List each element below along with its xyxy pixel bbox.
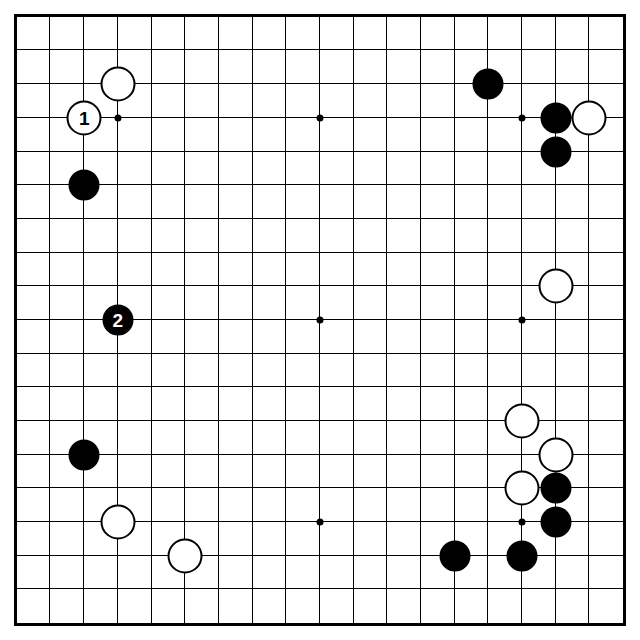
- grid-cell: [354, 522, 388, 556]
- grid-cell: [118, 421, 152, 455]
- black-stone[interactable]: [507, 540, 538, 571]
- grid-cell: [354, 118, 388, 152]
- grid-cell: [50, 219, 84, 253]
- grid-cell: [185, 455, 219, 489]
- grid-cell: [50, 387, 84, 421]
- grid-cell: [320, 556, 354, 590]
- grid-cell: [84, 253, 118, 287]
- grid-cell: [17, 589, 51, 623]
- grid-cell: [421, 286, 455, 320]
- grid-cell: [286, 185, 320, 219]
- grid-cell: [17, 320, 51, 354]
- grid-cell: [354, 253, 388, 287]
- grid-cell: [185, 320, 219, 354]
- grid-cell: [286, 84, 320, 118]
- grid-cell: [522, 320, 556, 354]
- grid-cell: [185, 185, 219, 219]
- grid-cell: [152, 488, 186, 522]
- grid-cell: [17, 556, 51, 590]
- grid-cell: [152, 219, 186, 253]
- grid-cell: [488, 253, 522, 287]
- grid-cell: [455, 253, 489, 287]
- grid-cell: [253, 286, 287, 320]
- grid-cell: [455, 387, 489, 421]
- grid-cell: [219, 84, 253, 118]
- grid-cell: [320, 455, 354, 489]
- grid-cell: [253, 455, 287, 489]
- grid-cell: [589, 488, 623, 522]
- grid-cell: [387, 556, 421, 590]
- grid-cell: [253, 320, 287, 354]
- grid-cell: [17, 354, 51, 388]
- grid-cell: [455, 185, 489, 219]
- grid-cell: [286, 320, 320, 354]
- star-point: [316, 316, 323, 323]
- grid-cell: [253, 219, 287, 253]
- grid-cell: [17, 84, 51, 118]
- grid-cell: [84, 354, 118, 388]
- grid-cell: [219, 253, 253, 287]
- grid-cell: [387, 185, 421, 219]
- grid-cell: [253, 253, 287, 287]
- white-stone[interactable]: [505, 404, 540, 439]
- grid-cell: [118, 17, 152, 51]
- grid-cell: [219, 387, 253, 421]
- grid-cell: [354, 488, 388, 522]
- grid-cell: [421, 185, 455, 219]
- white-stone[interactable]: [538, 437, 573, 472]
- white-stone[interactable]: [538, 269, 573, 304]
- grid-cell: [354, 455, 388, 489]
- grid-cell: [589, 185, 623, 219]
- grid-cell: [387, 320, 421, 354]
- grid-cell: [17, 253, 51, 287]
- move-number-label: 2: [113, 310, 124, 329]
- grid-cell: [17, 185, 51, 219]
- grid-cell: [118, 354, 152, 388]
- grid-cell: [522, 185, 556, 219]
- grid-cell: [320, 488, 354, 522]
- grid-cell: [320, 253, 354, 287]
- grid-cell: [253, 589, 287, 623]
- grid-cell: [17, 219, 51, 253]
- grid-cell: [152, 84, 186, 118]
- grid-cell: [118, 556, 152, 590]
- grid-cell: [589, 152, 623, 186]
- grid-cell: [152, 185, 186, 219]
- grid-cell: [253, 421, 287, 455]
- grid-cell: [84, 17, 118, 51]
- grid-cell: [421, 387, 455, 421]
- grid-cell: [185, 253, 219, 287]
- grid-cell: [455, 17, 489, 51]
- grid-cell: [253, 522, 287, 556]
- grid-cell: [219, 354, 253, 388]
- grid-cell: [17, 488, 51, 522]
- grid-cell: [185, 219, 219, 253]
- grid-cell: [354, 152, 388, 186]
- grid-cell: [387, 118, 421, 152]
- black-stone[interactable]: [69, 439, 100, 470]
- grid-cell: [253, 354, 287, 388]
- grid-cell: [286, 152, 320, 186]
- grid-cell: [421, 354, 455, 388]
- grid-cell: [152, 320, 186, 354]
- grid-cell: [17, 387, 51, 421]
- grid-cell: [589, 286, 623, 320]
- grid-cell: [421, 84, 455, 118]
- grid-cell: [455, 455, 489, 489]
- grid-cell: [387, 50, 421, 84]
- grid-cell: [421, 118, 455, 152]
- grid-cell: [589, 556, 623, 590]
- grid-cell: [84, 589, 118, 623]
- grid-cell: [185, 488, 219, 522]
- grid-cell: [118, 253, 152, 287]
- grid-cell: [50, 354, 84, 388]
- grid-cell: [589, 320, 623, 354]
- grid-cell: [556, 354, 590, 388]
- grid-cell: [488, 118, 522, 152]
- grid-cell: [286, 387, 320, 421]
- grid-cell: [286, 488, 320, 522]
- grid-cell: [50, 253, 84, 287]
- grid-cell: [421, 455, 455, 489]
- grid-cell: [286, 286, 320, 320]
- grid-cell: [152, 455, 186, 489]
- grid-cell: [488, 320, 522, 354]
- grid-cell: [253, 185, 287, 219]
- grid-cell: [455, 421, 489, 455]
- grid-cell: [118, 589, 152, 623]
- grid-cell: [354, 354, 388, 388]
- grid-cell: [421, 219, 455, 253]
- grid-cell: [286, 556, 320, 590]
- grid-cell: [118, 455, 152, 489]
- grid-cell: [387, 387, 421, 421]
- grid-cell: [253, 50, 287, 84]
- grid-cell: [152, 286, 186, 320]
- grid-cell: [152, 421, 186, 455]
- grid-cell: [320, 50, 354, 84]
- grid-cell: [354, 219, 388, 253]
- grid-cell: [185, 354, 219, 388]
- grid-cell: [219, 455, 253, 489]
- grid-cell: [354, 320, 388, 354]
- black-stone[interactable]: [540, 102, 571, 133]
- white-stone[interactable]: [505, 471, 540, 506]
- grid-cell: [286, 219, 320, 253]
- star-point: [519, 114, 526, 121]
- grid-cell: [219, 421, 253, 455]
- grid-cell: [589, 421, 623, 455]
- star-point: [519, 519, 526, 526]
- grid-cell: [219, 320, 253, 354]
- grid-cell: [185, 17, 219, 51]
- grid-cell: [185, 286, 219, 320]
- grid-cell: [354, 421, 388, 455]
- grid-cell: [522, 219, 556, 253]
- grid-cell: [455, 286, 489, 320]
- grid-cell: [455, 488, 489, 522]
- grid-cell: [118, 185, 152, 219]
- grid-cell: [455, 118, 489, 152]
- grid-cell: [522, 17, 556, 51]
- grid-cell: [253, 118, 287, 152]
- grid-cell: [286, 421, 320, 455]
- grid-cell: [17, 152, 51, 186]
- grid-cell: [219, 152, 253, 186]
- grid-cell: [387, 522, 421, 556]
- grid-cell: [152, 354, 186, 388]
- black-stone[interactable]: [439, 540, 470, 571]
- grid-cell: [589, 253, 623, 287]
- grid-cell: [387, 17, 421, 51]
- grid-cell: [286, 354, 320, 388]
- grid-cell: [185, 84, 219, 118]
- grid-cell: [556, 556, 590, 590]
- grid-cell: [152, 152, 186, 186]
- grid-cell: [50, 50, 84, 84]
- grid-cell: [17, 421, 51, 455]
- grid-cell: [286, 17, 320, 51]
- grid-cell: [253, 387, 287, 421]
- grid-cell: [50, 320, 84, 354]
- grid-cell: [387, 488, 421, 522]
- grid-cell: [455, 219, 489, 253]
- grid-cell: [354, 50, 388, 84]
- grid-cell: [84, 556, 118, 590]
- grid-cell: [556, 387, 590, 421]
- white-stone[interactable]: [572, 100, 607, 135]
- grid-cell: [387, 455, 421, 489]
- grid-cell: [320, 118, 354, 152]
- grid-cell: [320, 354, 354, 388]
- grid-cell: [556, 50, 590, 84]
- grid-cell: [118, 152, 152, 186]
- grid-cell: [84, 387, 118, 421]
- grid-cell: [455, 589, 489, 623]
- grid-cell: [354, 185, 388, 219]
- grid-cell: [387, 84, 421, 118]
- grid-cell: [219, 17, 253, 51]
- grid-cell: [286, 118, 320, 152]
- grid-cell: [589, 50, 623, 84]
- grid-cell: [185, 589, 219, 623]
- grid-cell: [286, 455, 320, 489]
- grid-cell: [589, 387, 623, 421]
- grid-cell: [320, 17, 354, 51]
- grid-cell: [253, 556, 287, 590]
- grid-cell: [253, 488, 287, 522]
- grid-cell: [387, 589, 421, 623]
- grid-cell: [589, 219, 623, 253]
- grid-cell: [354, 556, 388, 590]
- grid-cell: [354, 84, 388, 118]
- grid-cell: [219, 589, 253, 623]
- grid-cell: [17, 286, 51, 320]
- grid-cell: [152, 118, 186, 152]
- grid-cell: [589, 17, 623, 51]
- grid-cell: [286, 589, 320, 623]
- grid-cell: [421, 17, 455, 51]
- grid-cell: [219, 488, 253, 522]
- grid-cell: [556, 185, 590, 219]
- grid-cell: [286, 253, 320, 287]
- grid-cell: [320, 320, 354, 354]
- grid-cell: [387, 286, 421, 320]
- grid-cell: [488, 185, 522, 219]
- grid-cell: [17, 522, 51, 556]
- grid-cell: [488, 354, 522, 388]
- grid-cell: [488, 286, 522, 320]
- grid-cell: [421, 50, 455, 84]
- grid-cell: [253, 152, 287, 186]
- grid-cell: [387, 354, 421, 388]
- grid-cell: [387, 421, 421, 455]
- grid-cell: [118, 387, 152, 421]
- grid-cell: [320, 522, 354, 556]
- grid-cell: [387, 219, 421, 253]
- grid-cell: [152, 253, 186, 287]
- grid-cell: [17, 17, 51, 51]
- grid-cell: [219, 185, 253, 219]
- grid-cell: [219, 118, 253, 152]
- grid-cell: [354, 286, 388, 320]
- grid-cell: [488, 152, 522, 186]
- grid-cell: [50, 556, 84, 590]
- grid-cell: [253, 17, 287, 51]
- grid-cell: [50, 522, 84, 556]
- grid-cell: [556, 17, 590, 51]
- grid-cell: [589, 455, 623, 489]
- grid-cell: [320, 152, 354, 186]
- grid-cell: [387, 152, 421, 186]
- grid-cell: [320, 84, 354, 118]
- grid-cell: [152, 589, 186, 623]
- go-diagram-page: 12: [0, 0, 640, 640]
- grid-cell: [185, 118, 219, 152]
- grid-cell: [421, 488, 455, 522]
- grid-cell: [84, 219, 118, 253]
- grid-cell: [118, 219, 152, 253]
- star-point: [316, 114, 323, 121]
- grid-cell: [118, 118, 152, 152]
- black-stone[interactable]: [473, 69, 504, 100]
- white-stone[interactable]: [100, 67, 135, 102]
- grid-cell: [522, 354, 556, 388]
- grid-cell: [589, 522, 623, 556]
- grid-cell: [50, 286, 84, 320]
- black-stone[interactable]: [69, 170, 100, 201]
- grid-cell: [320, 219, 354, 253]
- grid-cell: [219, 50, 253, 84]
- grid-cell: [320, 286, 354, 320]
- black-stone[interactable]: [540, 473, 571, 504]
- grid-cell: [354, 387, 388, 421]
- grid-cell: [421, 320, 455, 354]
- grid-cell: [17, 50, 51, 84]
- grid-cell: [387, 253, 421, 287]
- grid-cell: [421, 589, 455, 623]
- grid-cell: [354, 589, 388, 623]
- grid-cell: [219, 522, 253, 556]
- black-stone-move-2[interactable]: 2: [102, 304, 133, 335]
- star-point: [519, 316, 526, 323]
- white-stone-move-1[interactable]: 1: [67, 100, 102, 135]
- grid-cell: [488, 17, 522, 51]
- grid-cell: [354, 17, 388, 51]
- grid-cell: [286, 522, 320, 556]
- grid-cell: [589, 354, 623, 388]
- grid-cell: [320, 185, 354, 219]
- grid-cell: [286, 50, 320, 84]
- black-stone[interactable]: [540, 136, 571, 167]
- grid-cell: [556, 320, 590, 354]
- grid-cell: [50, 17, 84, 51]
- grid-cell: [421, 253, 455, 287]
- grid-cell: [185, 152, 219, 186]
- grid-cell: [455, 354, 489, 388]
- grid-cell: [421, 421, 455, 455]
- grid-cell: [488, 589, 522, 623]
- grid-cell: [219, 556, 253, 590]
- star-point: [114, 114, 121, 121]
- star-point: [316, 519, 323, 526]
- grid-cell: [556, 589, 590, 623]
- grid-cell: [17, 455, 51, 489]
- grid-cell: [17, 118, 51, 152]
- grid-cell: [488, 219, 522, 253]
- grid-cell: [522, 50, 556, 84]
- grid-cell: [455, 152, 489, 186]
- grid-cell: [50, 488, 84, 522]
- white-stone[interactable]: [100, 505, 135, 540]
- grid-cell: [152, 387, 186, 421]
- grid-cell: [185, 387, 219, 421]
- grid-cell: [219, 219, 253, 253]
- grid-cell: [320, 387, 354, 421]
- grid-cell: [455, 320, 489, 354]
- grid-cell: [253, 84, 287, 118]
- grid-cell: [185, 50, 219, 84]
- grid-cell: [421, 152, 455, 186]
- black-stone[interactable]: [540, 507, 571, 538]
- grid-cell: [320, 589, 354, 623]
- grid-cell: [50, 589, 84, 623]
- grid-cell: [185, 421, 219, 455]
- white-stone[interactable]: [168, 538, 203, 573]
- grid-cell: [589, 589, 623, 623]
- grid-cell: [522, 589, 556, 623]
- grid-cell: [219, 286, 253, 320]
- grid-cell: [152, 50, 186, 84]
- grid-cell: [556, 219, 590, 253]
- move-number-label: 1: [79, 108, 90, 127]
- grid-cell: [152, 17, 186, 51]
- grid-cell: [320, 421, 354, 455]
